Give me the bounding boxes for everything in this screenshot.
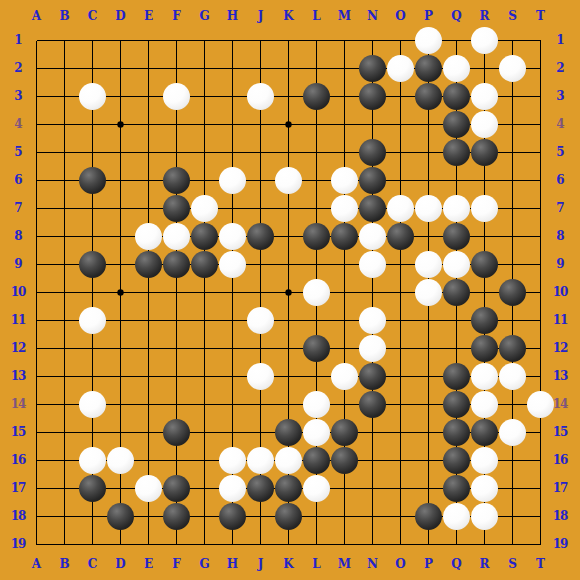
intersection-R6[interactable] bbox=[470, 166, 498, 194]
intersection-T15[interactable] bbox=[526, 418, 554, 446]
intersection-P11[interactable] bbox=[414, 306, 442, 334]
intersection-D1[interactable] bbox=[106, 26, 134, 54]
intersection-C14[interactable] bbox=[78, 390, 106, 418]
intersection-B11[interactable] bbox=[50, 306, 78, 334]
intersection-B18[interactable] bbox=[50, 502, 78, 530]
intersection-O18[interactable] bbox=[386, 502, 414, 530]
intersection-C1[interactable] bbox=[78, 26, 106, 54]
intersection-K6[interactable] bbox=[274, 166, 302, 194]
intersection-N11[interactable] bbox=[358, 306, 386, 334]
intersection-H2[interactable] bbox=[218, 54, 246, 82]
intersection-A10[interactable] bbox=[22, 278, 50, 306]
intersection-N8[interactable] bbox=[358, 222, 386, 250]
intersection-N19[interactable] bbox=[358, 530, 386, 558]
intersection-K14[interactable] bbox=[274, 390, 302, 418]
intersection-O6[interactable] bbox=[386, 166, 414, 194]
intersection-G3[interactable] bbox=[190, 82, 218, 110]
intersection-P8[interactable] bbox=[414, 222, 442, 250]
intersection-O19[interactable] bbox=[386, 530, 414, 558]
intersection-G9[interactable] bbox=[190, 250, 218, 278]
intersection-J11[interactable] bbox=[246, 306, 274, 334]
intersection-H7[interactable] bbox=[218, 194, 246, 222]
intersection-L7[interactable] bbox=[302, 194, 330, 222]
intersection-A6[interactable] bbox=[22, 166, 50, 194]
intersection-F16[interactable] bbox=[162, 446, 190, 474]
intersection-E2[interactable] bbox=[134, 54, 162, 82]
intersection-B16[interactable] bbox=[50, 446, 78, 474]
intersection-R9[interactable] bbox=[470, 250, 498, 278]
intersection-Q2[interactable] bbox=[442, 54, 470, 82]
intersection-L17[interactable] bbox=[302, 474, 330, 502]
intersection-H9[interactable] bbox=[218, 250, 246, 278]
intersection-O12[interactable] bbox=[386, 334, 414, 362]
intersection-C6[interactable] bbox=[78, 166, 106, 194]
intersection-E18[interactable] bbox=[134, 502, 162, 530]
intersection-L16[interactable] bbox=[302, 446, 330, 474]
intersection-E10[interactable] bbox=[134, 278, 162, 306]
intersection-G18[interactable] bbox=[190, 502, 218, 530]
intersection-R3[interactable] bbox=[470, 82, 498, 110]
intersection-G19[interactable] bbox=[190, 530, 218, 558]
intersection-A2[interactable] bbox=[22, 54, 50, 82]
intersection-D6[interactable] bbox=[106, 166, 134, 194]
intersection-S17[interactable] bbox=[498, 474, 526, 502]
intersection-T3[interactable] bbox=[526, 82, 554, 110]
intersection-B6[interactable] bbox=[50, 166, 78, 194]
intersection-D14[interactable] bbox=[106, 390, 134, 418]
intersection-D13[interactable] bbox=[106, 362, 134, 390]
intersection-D12[interactable] bbox=[106, 334, 134, 362]
intersection-Q9[interactable] bbox=[442, 250, 470, 278]
intersection-O4[interactable] bbox=[386, 110, 414, 138]
intersection-A8[interactable] bbox=[22, 222, 50, 250]
intersection-K7[interactable] bbox=[274, 194, 302, 222]
intersection-R12[interactable] bbox=[470, 334, 498, 362]
intersection-H3[interactable] bbox=[218, 82, 246, 110]
intersection-O7[interactable] bbox=[386, 194, 414, 222]
intersection-J4[interactable] bbox=[246, 110, 274, 138]
intersection-G2[interactable] bbox=[190, 54, 218, 82]
intersection-E17[interactable] bbox=[134, 474, 162, 502]
intersection-O14[interactable] bbox=[386, 390, 414, 418]
intersection-E15[interactable] bbox=[134, 418, 162, 446]
intersection-M4[interactable] bbox=[330, 110, 358, 138]
intersection-F8[interactable] bbox=[162, 222, 190, 250]
intersection-D16[interactable] bbox=[106, 446, 134, 474]
intersection-O1[interactable] bbox=[386, 26, 414, 54]
intersection-J16[interactable] bbox=[246, 446, 274, 474]
intersection-T10[interactable] bbox=[526, 278, 554, 306]
intersection-G6[interactable] bbox=[190, 166, 218, 194]
intersection-A13[interactable] bbox=[22, 362, 50, 390]
intersection-P2[interactable] bbox=[414, 54, 442, 82]
intersection-J13[interactable] bbox=[246, 362, 274, 390]
intersection-Q12[interactable] bbox=[442, 334, 470, 362]
intersection-C2[interactable] bbox=[78, 54, 106, 82]
intersection-N7[interactable] bbox=[358, 194, 386, 222]
intersection-N10[interactable] bbox=[358, 278, 386, 306]
intersection-A9[interactable] bbox=[22, 250, 50, 278]
intersection-T9[interactable] bbox=[526, 250, 554, 278]
intersection-O16[interactable] bbox=[386, 446, 414, 474]
intersection-S6[interactable] bbox=[498, 166, 526, 194]
intersection-D10[interactable] bbox=[106, 278, 134, 306]
intersection-F11[interactable] bbox=[162, 306, 190, 334]
intersection-K9[interactable] bbox=[274, 250, 302, 278]
intersection-L6[interactable] bbox=[302, 166, 330, 194]
intersection-N4[interactable] bbox=[358, 110, 386, 138]
intersection-F5[interactable] bbox=[162, 138, 190, 166]
intersection-K11[interactable] bbox=[274, 306, 302, 334]
intersection-O5[interactable] bbox=[386, 138, 414, 166]
intersection-L4[interactable] bbox=[302, 110, 330, 138]
intersection-P17[interactable] bbox=[414, 474, 442, 502]
intersection-C9[interactable] bbox=[78, 250, 106, 278]
intersection-S1[interactable] bbox=[498, 26, 526, 54]
intersection-K13[interactable] bbox=[274, 362, 302, 390]
intersection-J10[interactable] bbox=[246, 278, 274, 306]
intersection-T13[interactable] bbox=[526, 362, 554, 390]
intersection-Q19[interactable] bbox=[442, 530, 470, 558]
intersection-A19[interactable] bbox=[22, 530, 50, 558]
intersection-L13[interactable] bbox=[302, 362, 330, 390]
intersection-G1[interactable] bbox=[190, 26, 218, 54]
intersection-O2[interactable] bbox=[386, 54, 414, 82]
intersection-K5[interactable] bbox=[274, 138, 302, 166]
intersection-C7[interactable] bbox=[78, 194, 106, 222]
intersection-S2[interactable] bbox=[498, 54, 526, 82]
intersection-M17[interactable] bbox=[330, 474, 358, 502]
intersection-Q14[interactable] bbox=[442, 390, 470, 418]
intersection-G14[interactable] bbox=[190, 390, 218, 418]
intersection-S13[interactable] bbox=[498, 362, 526, 390]
intersection-D18[interactable] bbox=[106, 502, 134, 530]
intersection-M8[interactable] bbox=[330, 222, 358, 250]
intersection-L1[interactable] bbox=[302, 26, 330, 54]
intersection-B8[interactable] bbox=[50, 222, 78, 250]
intersection-S8[interactable] bbox=[498, 222, 526, 250]
intersection-R7[interactable] bbox=[470, 194, 498, 222]
intersection-O13[interactable] bbox=[386, 362, 414, 390]
intersection-C16[interactable] bbox=[78, 446, 106, 474]
intersection-S4[interactable] bbox=[498, 110, 526, 138]
intersection-D3[interactable] bbox=[106, 82, 134, 110]
intersection-T5[interactable] bbox=[526, 138, 554, 166]
intersection-B9[interactable] bbox=[50, 250, 78, 278]
intersection-C11[interactable] bbox=[78, 306, 106, 334]
intersection-Q10[interactable] bbox=[442, 278, 470, 306]
intersection-K1[interactable] bbox=[274, 26, 302, 54]
intersection-P4[interactable] bbox=[414, 110, 442, 138]
intersection-F12[interactable] bbox=[162, 334, 190, 362]
intersection-J18[interactable] bbox=[246, 502, 274, 530]
intersection-C5[interactable] bbox=[78, 138, 106, 166]
intersection-R5[interactable] bbox=[470, 138, 498, 166]
intersection-H5[interactable] bbox=[218, 138, 246, 166]
intersection-B3[interactable] bbox=[50, 82, 78, 110]
intersection-A1[interactable] bbox=[22, 26, 50, 54]
intersection-L14[interactable] bbox=[302, 390, 330, 418]
intersection-Q6[interactable] bbox=[442, 166, 470, 194]
intersection-P7[interactable] bbox=[414, 194, 442, 222]
intersection-A17[interactable] bbox=[22, 474, 50, 502]
intersection-R11[interactable] bbox=[470, 306, 498, 334]
intersection-E8[interactable] bbox=[134, 222, 162, 250]
intersection-B7[interactable] bbox=[50, 194, 78, 222]
intersection-K2[interactable] bbox=[274, 54, 302, 82]
intersection-Q18[interactable] bbox=[442, 502, 470, 530]
intersection-C10[interactable] bbox=[78, 278, 106, 306]
intersection-F17[interactable] bbox=[162, 474, 190, 502]
intersection-E5[interactable] bbox=[134, 138, 162, 166]
intersection-H8[interactable] bbox=[218, 222, 246, 250]
intersection-E9[interactable] bbox=[134, 250, 162, 278]
intersection-T4[interactable] bbox=[526, 110, 554, 138]
intersection-Q17[interactable] bbox=[442, 474, 470, 502]
intersection-L19[interactable] bbox=[302, 530, 330, 558]
intersection-D9[interactable] bbox=[106, 250, 134, 278]
intersection-R14[interactable] bbox=[470, 390, 498, 418]
intersection-N5[interactable] bbox=[358, 138, 386, 166]
intersection-F13[interactable] bbox=[162, 362, 190, 390]
intersection-A11[interactable] bbox=[22, 306, 50, 334]
intersection-H6[interactable] bbox=[218, 166, 246, 194]
intersection-P10[interactable] bbox=[414, 278, 442, 306]
intersection-M18[interactable] bbox=[330, 502, 358, 530]
intersection-N14[interactable] bbox=[358, 390, 386, 418]
intersection-S11[interactable] bbox=[498, 306, 526, 334]
intersection-P12[interactable] bbox=[414, 334, 442, 362]
intersection-R1[interactable] bbox=[470, 26, 498, 54]
intersection-F15[interactable] bbox=[162, 418, 190, 446]
intersection-R8[interactable] bbox=[470, 222, 498, 250]
intersection-E3[interactable] bbox=[134, 82, 162, 110]
intersection-G17[interactable] bbox=[190, 474, 218, 502]
intersection-M2[interactable] bbox=[330, 54, 358, 82]
intersection-R19[interactable] bbox=[470, 530, 498, 558]
intersection-N17[interactable] bbox=[358, 474, 386, 502]
intersection-S5[interactable] bbox=[498, 138, 526, 166]
intersection-T11[interactable] bbox=[526, 306, 554, 334]
intersection-H4[interactable] bbox=[218, 110, 246, 138]
intersection-H12[interactable] bbox=[218, 334, 246, 362]
intersection-C19[interactable] bbox=[78, 530, 106, 558]
intersection-J15[interactable] bbox=[246, 418, 274, 446]
intersection-B14[interactable] bbox=[50, 390, 78, 418]
intersection-E11[interactable] bbox=[134, 306, 162, 334]
intersection-D5[interactable] bbox=[106, 138, 134, 166]
intersection-H19[interactable] bbox=[218, 530, 246, 558]
intersection-C12[interactable] bbox=[78, 334, 106, 362]
intersection-G15[interactable] bbox=[190, 418, 218, 446]
intersection-J3[interactable] bbox=[246, 82, 274, 110]
intersection-K15[interactable] bbox=[274, 418, 302, 446]
intersection-E16[interactable] bbox=[134, 446, 162, 474]
intersection-B2[interactable] bbox=[50, 54, 78, 82]
intersection-O8[interactable] bbox=[386, 222, 414, 250]
intersection-C4[interactable] bbox=[78, 110, 106, 138]
intersection-L8[interactable] bbox=[302, 222, 330, 250]
intersection-R10[interactable] bbox=[470, 278, 498, 306]
intersection-K19[interactable] bbox=[274, 530, 302, 558]
intersection-S18[interactable] bbox=[498, 502, 526, 530]
intersection-H17[interactable] bbox=[218, 474, 246, 502]
intersection-L11[interactable] bbox=[302, 306, 330, 334]
intersection-S3[interactable] bbox=[498, 82, 526, 110]
intersection-G11[interactable] bbox=[190, 306, 218, 334]
intersection-P9[interactable] bbox=[414, 250, 442, 278]
intersection-N3[interactable] bbox=[358, 82, 386, 110]
intersection-Q11[interactable] bbox=[442, 306, 470, 334]
intersection-Q16[interactable] bbox=[442, 446, 470, 474]
intersection-A15[interactable] bbox=[22, 418, 50, 446]
intersection-H11[interactable] bbox=[218, 306, 246, 334]
intersection-H14[interactable] bbox=[218, 390, 246, 418]
intersection-P5[interactable] bbox=[414, 138, 442, 166]
intersection-D19[interactable] bbox=[106, 530, 134, 558]
intersection-F4[interactable] bbox=[162, 110, 190, 138]
intersection-K18[interactable] bbox=[274, 502, 302, 530]
intersection-R2[interactable] bbox=[470, 54, 498, 82]
intersection-P14[interactable] bbox=[414, 390, 442, 418]
intersection-K12[interactable] bbox=[274, 334, 302, 362]
intersection-A14[interactable] bbox=[22, 390, 50, 418]
intersection-O15[interactable] bbox=[386, 418, 414, 446]
intersection-H15[interactable] bbox=[218, 418, 246, 446]
intersection-M6[interactable] bbox=[330, 166, 358, 194]
intersection-K3[interactable] bbox=[274, 82, 302, 110]
intersection-B10[interactable] bbox=[50, 278, 78, 306]
intersection-O11[interactable] bbox=[386, 306, 414, 334]
intersection-G8[interactable] bbox=[190, 222, 218, 250]
intersection-M1[interactable] bbox=[330, 26, 358, 54]
intersection-R16[interactable] bbox=[470, 446, 498, 474]
intersection-E12[interactable] bbox=[134, 334, 162, 362]
intersection-T16[interactable] bbox=[526, 446, 554, 474]
intersection-P15[interactable] bbox=[414, 418, 442, 446]
intersection-F2[interactable] bbox=[162, 54, 190, 82]
intersection-H16[interactable] bbox=[218, 446, 246, 474]
intersection-F19[interactable] bbox=[162, 530, 190, 558]
intersection-H10[interactable] bbox=[218, 278, 246, 306]
intersection-N18[interactable] bbox=[358, 502, 386, 530]
intersection-J12[interactable] bbox=[246, 334, 274, 362]
intersection-P16[interactable] bbox=[414, 446, 442, 474]
intersection-O17[interactable] bbox=[386, 474, 414, 502]
intersection-T2[interactable] bbox=[526, 54, 554, 82]
intersection-C18[interactable] bbox=[78, 502, 106, 530]
intersection-B13[interactable] bbox=[50, 362, 78, 390]
intersection-B1[interactable] bbox=[50, 26, 78, 54]
intersection-J8[interactable] bbox=[246, 222, 274, 250]
intersection-G7[interactable] bbox=[190, 194, 218, 222]
intersection-L5[interactable] bbox=[302, 138, 330, 166]
intersection-K10[interactable] bbox=[274, 278, 302, 306]
intersection-L15[interactable] bbox=[302, 418, 330, 446]
intersection-M10[interactable] bbox=[330, 278, 358, 306]
intersection-E7[interactable] bbox=[134, 194, 162, 222]
intersection-F9[interactable] bbox=[162, 250, 190, 278]
intersection-K17[interactable] bbox=[274, 474, 302, 502]
intersection-R15[interactable] bbox=[470, 418, 498, 446]
intersection-R4[interactable] bbox=[470, 110, 498, 138]
intersection-F6[interactable] bbox=[162, 166, 190, 194]
intersection-B12[interactable] bbox=[50, 334, 78, 362]
intersection-D17[interactable] bbox=[106, 474, 134, 502]
intersection-Q3[interactable] bbox=[442, 82, 470, 110]
intersection-P18[interactable] bbox=[414, 502, 442, 530]
intersection-M9[interactable] bbox=[330, 250, 358, 278]
intersection-C15[interactable] bbox=[78, 418, 106, 446]
intersection-L10[interactable] bbox=[302, 278, 330, 306]
intersection-G4[interactable] bbox=[190, 110, 218, 138]
intersection-E4[interactable] bbox=[134, 110, 162, 138]
intersection-C13[interactable] bbox=[78, 362, 106, 390]
intersection-E6[interactable] bbox=[134, 166, 162, 194]
intersection-P13[interactable] bbox=[414, 362, 442, 390]
intersection-O9[interactable] bbox=[386, 250, 414, 278]
intersection-M16[interactable] bbox=[330, 446, 358, 474]
intersection-D11[interactable] bbox=[106, 306, 134, 334]
intersection-B15[interactable] bbox=[50, 418, 78, 446]
intersection-M3[interactable] bbox=[330, 82, 358, 110]
intersection-C8[interactable] bbox=[78, 222, 106, 250]
intersection-S15[interactable] bbox=[498, 418, 526, 446]
intersection-N6[interactable] bbox=[358, 166, 386, 194]
intersection-L18[interactable] bbox=[302, 502, 330, 530]
intersection-M5[interactable] bbox=[330, 138, 358, 166]
intersection-J5[interactable] bbox=[246, 138, 274, 166]
intersection-E1[interactable] bbox=[134, 26, 162, 54]
intersection-D15[interactable] bbox=[106, 418, 134, 446]
intersection-Q15[interactable] bbox=[442, 418, 470, 446]
intersection-F14[interactable] bbox=[162, 390, 190, 418]
intersection-Q7[interactable] bbox=[442, 194, 470, 222]
intersection-S7[interactable] bbox=[498, 194, 526, 222]
intersection-P3[interactable] bbox=[414, 82, 442, 110]
intersection-B17[interactable] bbox=[50, 474, 78, 502]
intersection-N2[interactable] bbox=[358, 54, 386, 82]
intersection-M11[interactable] bbox=[330, 306, 358, 334]
intersection-R17[interactable] bbox=[470, 474, 498, 502]
intersection-L3[interactable] bbox=[302, 82, 330, 110]
intersection-N12[interactable] bbox=[358, 334, 386, 362]
intersection-O10[interactable] bbox=[386, 278, 414, 306]
intersection-M7[interactable] bbox=[330, 194, 358, 222]
intersection-N16[interactable] bbox=[358, 446, 386, 474]
intersection-H1[interactable] bbox=[218, 26, 246, 54]
intersection-A5[interactable] bbox=[22, 138, 50, 166]
intersection-G13[interactable] bbox=[190, 362, 218, 390]
intersection-N9[interactable] bbox=[358, 250, 386, 278]
intersection-T19[interactable] bbox=[526, 530, 554, 558]
intersection-Q8[interactable] bbox=[442, 222, 470, 250]
intersection-F18[interactable] bbox=[162, 502, 190, 530]
intersection-E19[interactable] bbox=[134, 530, 162, 558]
intersection-M13[interactable] bbox=[330, 362, 358, 390]
intersection-M15[interactable] bbox=[330, 418, 358, 446]
intersection-F3[interactable] bbox=[162, 82, 190, 110]
intersection-S9[interactable] bbox=[498, 250, 526, 278]
intersection-G5[interactable] bbox=[190, 138, 218, 166]
intersection-H13[interactable] bbox=[218, 362, 246, 390]
intersection-R18[interactable] bbox=[470, 502, 498, 530]
intersection-S10[interactable] bbox=[498, 278, 526, 306]
intersection-S19[interactable] bbox=[498, 530, 526, 558]
intersection-D8[interactable] bbox=[106, 222, 134, 250]
intersection-M12[interactable] bbox=[330, 334, 358, 362]
intersection-N13[interactable] bbox=[358, 362, 386, 390]
